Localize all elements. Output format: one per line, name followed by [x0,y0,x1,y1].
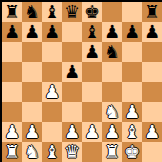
square-c5[interactable] [42,62,62,82]
square-g7[interactable]: ♟ [122,22,142,42]
black-pawn-piece[interactable]: ♟ [44,22,60,42]
square-e1[interactable] [82,142,102,162]
black-rook-piece[interactable]: ♜ [4,2,20,22]
square-f7[interactable]: ♟ [102,22,122,42]
black-pawn-piece[interactable]: ♟ [144,22,160,42]
square-e7[interactable]: ♝ [82,22,102,42]
square-b2[interactable]: ♟ [22,122,42,142]
square-f6[interactable]: ♞ [102,42,122,62]
square-b4[interactable] [22,82,42,102]
square-f4[interactable] [102,82,122,102]
square-d7[interactable] [62,22,82,42]
square-d4[interactable] [62,82,82,102]
black-bishop-piece[interactable]: ♝ [44,2,60,22]
square-a8[interactable]: ♜ [2,2,22,22]
square-c4[interactable]: ♟ [42,82,62,102]
square-c8[interactable]: ♝ [42,2,62,22]
square-a3[interactable] [2,102,22,122]
square-a4[interactable] [2,82,22,102]
square-h6[interactable] [142,42,162,62]
square-d2[interactable]: ♟ [62,122,82,142]
black-bishop-piece[interactable]: ♝ [84,22,100,42]
square-f1[interactable]: ♜ [102,142,122,162]
black-pawn-piece[interactable]: ♟ [24,22,40,42]
square-f8[interactable] [102,2,122,22]
square-a7[interactable]: ♟ [2,22,22,42]
white-king-piece[interactable]: ♚ [124,142,140,162]
square-b5[interactable] [22,62,42,82]
white-queen-piece[interactable]: ♛ [64,142,80,162]
square-b6[interactable] [22,42,42,62]
square-h5[interactable] [142,62,162,82]
square-e8[interactable]: ♚ [82,2,102,22]
black-pawn-piece[interactable]: ♟ [64,62,80,82]
white-pawn-piece[interactable]: ♟ [64,122,80,142]
square-d3[interactable] [62,102,82,122]
square-b1[interactable]: ♞ [22,142,42,162]
black-pawn-piece[interactable]: ♟ [84,42,100,62]
square-b7[interactable]: ♟ [22,22,42,42]
square-e4[interactable] [82,82,102,102]
square-f3[interactable]: ♞ [102,102,122,122]
square-d8[interactable]: ♛ [62,2,82,22]
square-e2[interactable]: ♟ [82,122,102,142]
square-g3[interactable]: ♟ [122,102,142,122]
chess-board: ♜♞♝♛♚♜♟♟♟♝♟♟♟♟♞♟♟♞♟♟♟♟♟♟♝♟♜♞♝♛♜♚ [2,2,162,162]
square-g2[interactable]: ♝ [122,122,142,142]
square-g4[interactable] [122,82,142,102]
square-d5[interactable]: ♟ [62,62,82,82]
white-pawn-piece[interactable]: ♟ [104,122,120,142]
square-h7[interactable]: ♟ [142,22,162,42]
square-a1[interactable]: ♜ [2,142,22,162]
white-rook-piece[interactable]: ♜ [104,142,120,162]
square-c3[interactable] [42,102,62,122]
white-pawn-piece[interactable]: ♟ [44,82,60,102]
black-rook-piece[interactable]: ♜ [144,2,160,22]
square-h4[interactable] [142,82,162,102]
black-knight-piece[interactable]: ♞ [24,2,40,22]
white-pawn-piece[interactable]: ♟ [24,122,40,142]
square-g5[interactable] [122,62,142,82]
square-a5[interactable] [2,62,22,82]
white-pawn-piece[interactable]: ♟ [144,122,160,142]
square-e3[interactable] [82,102,102,122]
square-b8[interactable]: ♞ [22,2,42,22]
square-h8[interactable]: ♜ [142,2,162,22]
square-a6[interactable] [2,42,22,62]
square-c2[interactable] [42,122,62,142]
white-pawn-piece[interactable]: ♟ [84,122,100,142]
square-b3[interactable] [22,102,42,122]
white-pawn-piece[interactable]: ♟ [4,122,20,142]
square-h1[interactable] [142,142,162,162]
square-c7[interactable]: ♟ [42,22,62,42]
black-pawn-piece[interactable]: ♟ [104,22,120,42]
square-g8[interactable] [122,2,142,22]
square-c6[interactable] [42,42,62,62]
white-pawn-piece[interactable]: ♟ [124,102,140,122]
square-g6[interactable] [122,42,142,62]
black-knight-piece[interactable]: ♞ [104,42,120,62]
square-e6[interactable]: ♟ [82,42,102,62]
square-e5[interactable] [82,62,102,82]
square-f5[interactable] [102,62,122,82]
square-a2[interactable]: ♟ [2,122,22,142]
square-h3[interactable] [142,102,162,122]
square-g1[interactable]: ♚ [122,142,142,162]
square-d1[interactable]: ♛ [62,142,82,162]
white-bishop-piece[interactable]: ♝ [44,142,60,162]
white-knight-piece[interactable]: ♞ [24,142,40,162]
square-c1[interactable]: ♝ [42,142,62,162]
black-king-piece[interactable]: ♚ [84,2,100,22]
board-frame: ♜♞♝♛♚♜♟♟♟♝♟♟♟♟♞♟♟♞♟♟♟♟♟♟♝♟♜♞♝♛♜♚ [0,0,162,162]
square-d6[interactable] [62,42,82,62]
white-bishop-piece[interactable]: ♝ [124,122,140,142]
black-pawn-piece[interactable]: ♟ [4,22,20,42]
black-pawn-piece[interactable]: ♟ [124,22,140,42]
square-f2[interactable]: ♟ [102,122,122,142]
white-rook-piece[interactable]: ♜ [4,142,20,162]
white-knight-piece[interactable]: ♞ [104,102,120,122]
square-h2[interactable]: ♟ [142,122,162,142]
black-queen-piece[interactable]: ♛ [64,2,80,22]
